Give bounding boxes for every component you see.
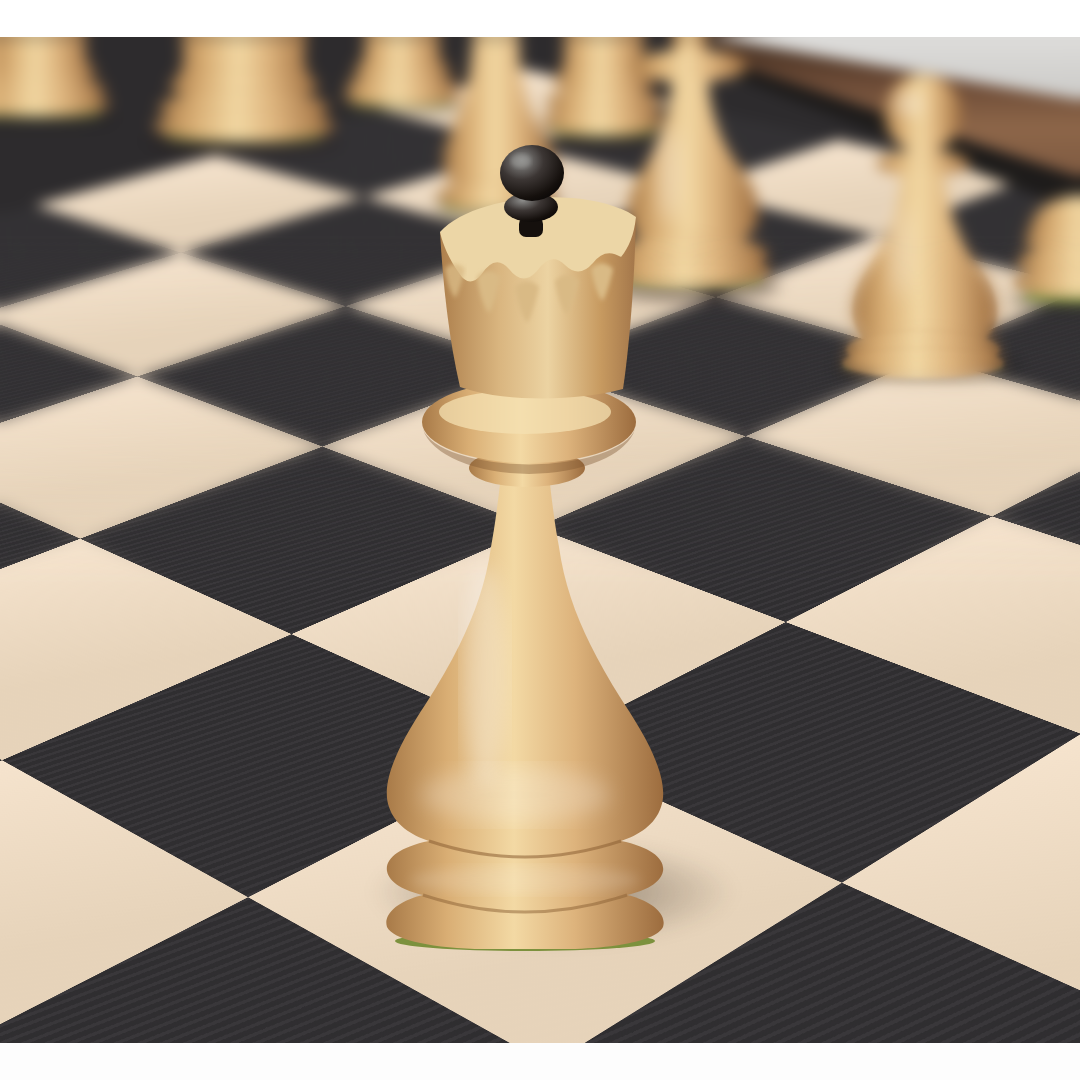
- background-piece-far-right: [1008, 153, 1080, 315]
- background-piece-base-upper-left: [148, 37, 340, 155]
- white-strip-top: [0, 0, 1080, 37]
- background-piece-base-far-left: [0, 37, 115, 127]
- background-pawn-right: [828, 58, 1018, 384]
- product-photo: [0, 0, 1080, 1080]
- white-strip-bottom: [0, 1043, 1080, 1080]
- white-queen: [365, 135, 685, 955]
- photo-scene: [0, 37, 1080, 1043]
